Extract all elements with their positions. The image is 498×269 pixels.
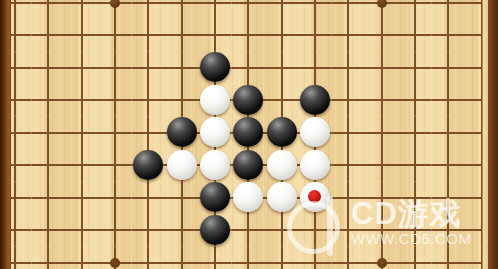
board-intersection[interactable] [132,52,165,85]
board-intersection[interactable] [98,117,131,150]
white-stone [200,150,230,180]
board-intersection[interactable] [32,52,65,85]
board-intersection[interactable] [232,247,265,269]
board-intersection[interactable] [132,117,165,150]
board-intersection[interactable] [365,117,398,150]
board-intersection[interactable] [265,52,298,85]
board-intersection[interactable] [365,149,398,182]
board-intersection[interactable] [65,117,98,150]
board-intersection[interactable] [165,19,198,52]
black-stone [167,117,197,147]
black-stone [300,85,330,115]
gomoku-game-screenshot: CD游戏 WWW.CD6.COM [0,0,498,269]
black-stone [233,85,263,115]
board-intersection[interactable] [365,84,398,117]
white-stone [300,150,330,180]
board-intersection[interactable] [65,214,98,247]
board-intersection[interactable] [11,247,32,269]
board-intersection[interactable] [132,19,165,52]
board-intersection[interactable] [32,247,65,269]
cd-logo-icon [287,196,343,258]
board-intersection[interactable] [332,117,365,150]
board-intersection[interactable] [65,247,98,269]
board-intersection[interactable] [32,117,65,150]
board-intersection[interactable] [232,19,265,52]
board-intersection[interactable] [232,52,265,85]
board-intersection[interactable] [398,149,431,182]
board-intersection[interactable] [32,0,65,19]
board-intersection[interactable] [332,19,365,52]
board-intersection[interactable] [11,52,32,85]
board-intersection[interactable] [265,84,298,117]
board-intersection[interactable] [165,84,198,117]
board-intersection[interactable] [465,149,483,182]
board-intersection[interactable] [398,0,431,19]
board-intersection[interactable] [11,117,32,150]
white-stone [200,85,230,115]
board-intersection[interactable] [198,0,231,19]
board-intersection[interactable] [165,247,198,269]
board-intersection[interactable] [432,19,465,52]
white-stone [167,150,197,180]
watermark: CD游戏 WWW.CD6.COM [287,196,471,258]
board-intersection[interactable] [332,52,365,85]
board-intersection[interactable] [98,52,131,85]
board-intersection[interactable] [32,19,65,52]
black-stone [233,150,263,180]
board-intersection[interactable] [65,19,98,52]
board-intersection[interactable] [265,0,298,19]
board-intersection[interactable] [132,214,165,247]
board-intersection[interactable] [465,19,483,52]
board-intersection[interactable] [65,149,98,182]
board-intersection[interactable] [165,0,198,19]
board-intersection[interactable] [65,0,98,19]
board-intersection[interactable] [32,149,65,182]
board-intersection[interactable] [98,149,131,182]
board-intersection[interactable] [65,182,98,215]
board-intersection[interactable] [65,84,98,117]
watermark-brand: CD游戏 [351,198,471,230]
board-intersection[interactable] [32,214,65,247]
board-intersection[interactable] [365,19,398,52]
board-intersection[interactable] [298,19,331,52]
board-intersection[interactable] [11,84,32,117]
table-background-right [488,0,498,269]
watermark-url: WWW.CD6.COM [351,231,471,247]
board-intersection[interactable] [332,84,365,117]
black-stone [200,182,230,212]
board-intersection[interactable] [98,182,131,215]
white-stone [300,117,330,147]
board-intersection[interactable] [132,0,165,19]
board-intersection[interactable] [165,214,198,247]
star-point [110,258,120,268]
board-intersection[interactable] [465,117,483,150]
board-intersection[interactable] [465,84,483,117]
board-intersection[interactable] [98,84,131,117]
black-stone [133,150,163,180]
board-intersection[interactable] [298,52,331,85]
board-intersection[interactable] [11,182,32,215]
board-intersection[interactable] [365,52,398,85]
board-intersection[interactable] [398,117,431,150]
board-intersection[interactable] [232,214,265,247]
board-intersection[interactable] [32,182,65,215]
black-stone [200,215,230,245]
board-intersection[interactable] [432,0,465,19]
board-intersection[interactable] [465,0,483,19]
board-intersection[interactable] [198,247,231,269]
board-intersection[interactable] [165,52,198,85]
table-background-left [0,0,11,269]
board-intersection[interactable] [298,0,331,19]
board-intersection[interactable] [265,19,298,52]
black-stone [200,52,230,82]
board-intersection[interactable] [332,149,365,182]
board-intersection[interactable] [398,19,431,52]
board-intersection[interactable] [432,84,465,117]
watermark-text: CD游戏 WWW.CD6.COM [351,196,471,247]
star-point [377,0,387,8]
board-intersection[interactable] [98,214,131,247]
black-stone [267,117,297,147]
board-intersection[interactable] [432,117,465,150]
board-intersection[interactable] [465,52,483,85]
board-intersection[interactable] [11,0,32,19]
board-intersection[interactable] [432,52,465,85]
board-intersection[interactable] [98,19,131,52]
board-intersection[interactable] [398,52,431,85]
board-intersection[interactable] [332,0,365,19]
board-intersection[interactable] [132,247,165,269]
star-point [377,258,387,268]
board-intersection[interactable] [432,149,465,182]
white-stone [200,117,230,147]
board-intersection[interactable] [198,19,231,52]
board-intersection[interactable] [165,182,198,215]
board-intersection[interactable] [132,84,165,117]
board-intersection[interactable] [32,84,65,117]
board-intersection[interactable] [11,149,32,182]
logo-bar-icon [327,196,333,256]
board-intersection[interactable] [398,84,431,117]
board-intersection[interactable] [232,0,265,19]
board-intersection[interactable] [132,182,165,215]
board-intersection[interactable] [11,214,32,247]
board-intersection[interactable] [65,52,98,85]
board-intersection[interactable] [11,19,32,52]
white-stone [267,150,297,180]
